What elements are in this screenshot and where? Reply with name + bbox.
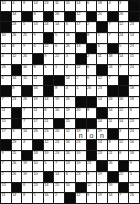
cell-r1c11[interactable]: 4 <box>108 1 118 11</box>
code-number: 25 <box>66 119 70 123</box>
cell-r11c4[interactable]: 11 <box>33 108 43 118</box>
cell-r6c8 <box>76 54 86 64</box>
cell-r6c2[interactable]: 12 <box>12 54 22 64</box>
cell-r19c13[interactable]: 26 <box>129 193 139 203</box>
cell-r1c3[interactable]: 8 <box>22 1 32 11</box>
code-number: 22 <box>76 65 80 69</box>
code-number: 23 <box>130 22 134 26</box>
cell-r9c13[interactable]: 18 <box>129 86 139 96</box>
cell-r1c6[interactable]: 11 <box>54 1 64 11</box>
code-number: 15 <box>23 76 27 80</box>
cell-r9c4[interactable]: 16 <box>33 86 43 96</box>
cell-r4c6[interactable]: 5 <box>54 33 64 43</box>
cell-r19c3[interactable]: 8 <box>22 193 32 203</box>
cell-r4c12[interactable]: 24 <box>119 33 129 43</box>
cell-r7c4[interactable]: 8 <box>33 65 43 75</box>
cell-r8c3[interactable]: 15 <box>22 76 32 86</box>
code-number: 10 <box>34 172 38 176</box>
code-number: 14 <box>12 76 16 80</box>
cell-r13c10[interactable]: 19n <box>97 129 107 139</box>
code-number: 8 <box>44 108 46 112</box>
cell-r18c13[interactable]: 26 <box>129 183 139 193</box>
cell-r3c12[interactable]: 12 <box>119 22 129 32</box>
cell-r15c11[interactable]: 21 <box>108 151 118 161</box>
cell-r5c4[interactable]: 6 <box>33 44 43 54</box>
code-number: 14 <box>12 12 16 16</box>
cell-r6c6[interactable]: 22 <box>54 54 64 64</box>
cell-r13c13[interactable]: 24 <box>129 129 139 139</box>
cell-r16c1[interactable]: 7 <box>1 161 11 171</box>
code-number: 19 <box>55 97 59 101</box>
code-number: 17 <box>76 22 80 26</box>
cell-r3c9[interactable]: 2 <box>87 22 97 32</box>
cell-r12c2 <box>12 119 22 129</box>
code-number: 13 <box>2 183 6 187</box>
cell-r15c5[interactable]: 19 <box>44 151 54 161</box>
code-number: 16 <box>23 65 27 69</box>
cell-r3c4[interactable]: 13 <box>33 22 43 32</box>
cell-r7c3[interactable]: 16 <box>22 65 32 75</box>
cell-r19c9[interactable]: 8 <box>87 193 97 203</box>
cell-r2c4[interactable]: 8 <box>33 12 43 22</box>
cell-r9c7[interactable]: 4 <box>65 86 75 96</box>
cell-r5c3[interactable]: 9 <box>22 44 32 54</box>
cell-r6c10[interactable]: 11 <box>97 54 107 64</box>
cell-r7c9[interactable]: 6 <box>87 65 97 75</box>
cell-r10c2[interactable]: 23 <box>12 97 22 107</box>
cell-r19c4[interactable]: 5 <box>33 193 43 203</box>
starter-letter: n <box>76 132 86 139</box>
cell-r9c6[interactable]: 8 <box>54 86 64 96</box>
cell-r16c9[interactable]: 23 <box>87 161 97 171</box>
cell-r11c8[interactable]: 20 <box>76 108 86 118</box>
cell-r2c9 <box>87 12 97 22</box>
cell-r13c6[interactable]: 20 <box>54 129 64 139</box>
cell-r6c13[interactable]: 15 <box>129 54 139 64</box>
cell-r16c5[interactable]: 5 <box>44 161 54 171</box>
cell-r4c11[interactable]: 7 <box>108 33 118 43</box>
code-number: 18 <box>34 151 38 155</box>
cell-r9c3 <box>22 86 32 96</box>
cell-r19c1[interactable]: 11 <box>1 193 11 203</box>
code-number: 14 <box>44 183 48 187</box>
cell-r15c8[interactable]: 19 <box>76 151 86 161</box>
cell-r3c13[interactable]: 23 <box>129 22 139 32</box>
code-number: 14 <box>76 1 80 5</box>
cell-r1c12[interactable]: 3 <box>119 1 129 11</box>
cell-r16c12 <box>119 161 129 171</box>
cell-r13c2[interactable]: 3 <box>12 129 22 139</box>
code-number: 8 <box>12 44 14 48</box>
cell-r18c10[interactable]: 2 <box>97 183 107 193</box>
cell-r1c7[interactable]: 15 <box>65 1 75 11</box>
cell-r14c9 <box>87 140 97 150</box>
cell-r2c12[interactable]: 26 <box>119 12 129 22</box>
cell-r12c6 <box>54 119 64 129</box>
cell-r4c3[interactable]: 25 <box>22 33 32 43</box>
cell-r12c12[interactable]: 14 <box>119 119 129 129</box>
cell-r12c10[interactable]: 24 <box>97 119 107 129</box>
cell-r9c10[interactable]: 23 <box>97 86 107 96</box>
code-number: 26 <box>130 193 134 197</box>
cell-r14c12[interactable]: 12 <box>119 140 129 150</box>
cell-r17c4[interactable]: 10 <box>33 172 43 182</box>
cell-r11c13[interactable]: 8 <box>129 108 139 118</box>
cell-r4c4[interactable]: 9 <box>33 33 43 43</box>
cell-r19c5[interactable]: 16 <box>44 193 54 203</box>
cell-r11c5[interactable]: 8 <box>44 108 54 118</box>
cell-r14c13[interactable]: 16 <box>129 140 139 150</box>
code-number: 14 <box>55 22 59 26</box>
cell-r5c8[interactable]: 13 <box>76 44 86 54</box>
cell-r3c2[interactable]: 23 <box>12 22 22 32</box>
cell-r10c13[interactable]: 18 <box>129 97 139 107</box>
code-number: 23 <box>12 22 16 26</box>
cell-r8c8[interactable]: 2 <box>76 76 86 86</box>
cell-r17c1[interactable]: 2 <box>1 172 11 182</box>
cell-r2c11 <box>108 12 118 22</box>
code-number: 19 <box>98 172 102 176</box>
code-number: 3 <box>119 1 121 5</box>
code-number: 11 <box>34 108 38 112</box>
cell-r14c6[interactable]: 23 <box>54 140 64 150</box>
cell-r4c9[interactable]: 8 <box>87 33 97 43</box>
cell-r3c1 <box>1 22 11 32</box>
cell-r1c1[interactable]: 10 <box>1 1 11 11</box>
cell-r6c5[interactable]: 9 <box>44 54 54 64</box>
cell-r17c10[interactable]: 19 <box>97 172 107 182</box>
code-number: 23 <box>98 86 102 90</box>
cell-r5c7[interactable]: 26 <box>65 44 75 54</box>
cell-r17c7[interactable]: 6 <box>65 172 75 182</box>
code-number: 16 <box>130 140 134 144</box>
cell-r17c8[interactable]: 23 <box>76 172 86 182</box>
cell-r11c1[interactable]: 11 <box>1 108 11 118</box>
cell-r12c5[interactable]: 21 <box>44 119 54 129</box>
code-number: 24 <box>130 65 134 69</box>
code-number: 8 <box>23 1 25 5</box>
cell-r17c3[interactable]: 19 <box>22 172 32 182</box>
cell-r15c4[interactable]: 18 <box>33 151 43 161</box>
cell-r14c5[interactable]: 12 <box>44 140 54 150</box>
code-number: 11 <box>98 54 102 58</box>
code-number: 26 <box>66 97 70 101</box>
code-number: 19 <box>98 193 102 197</box>
cell-r2c10[interactable]: 20 <box>97 12 107 22</box>
code-number: 19 <box>76 151 80 155</box>
cell-r11c9[interactable]: 8 <box>87 108 97 118</box>
cell-r10c9 <box>87 97 97 107</box>
code-number: 19 <box>34 97 38 101</box>
code-number: 8 <box>87 108 89 112</box>
cell-r18c5[interactable]: 14 <box>44 183 54 193</box>
cell-r14c11[interactable]: 8 <box>108 140 118 150</box>
cell-r12c8 <box>76 119 86 129</box>
code-number: 26 <box>87 86 91 90</box>
cell-r11c10 <box>97 108 107 118</box>
cell-r15c6[interactable]: 23 <box>54 151 64 161</box>
cell-r6c1[interactable]: 4 <box>1 54 11 64</box>
cell-r17c2[interactable]: 26 <box>12 172 22 182</box>
code-number: 12 <box>87 183 91 187</box>
cell-r10c6[interactable]: 19 <box>54 97 64 107</box>
cell-r11c7[interactable]: 19 <box>65 108 75 118</box>
cell-r5c1[interactable]: 14 <box>1 44 11 54</box>
cell-r18c4[interactable]: 23 <box>33 183 43 193</box>
cell-r18c3[interactable]: 6 <box>22 183 32 193</box>
cell-r11c12[interactable]: 12 <box>119 108 129 118</box>
cell-r5c5[interactable]: 22 <box>44 44 54 54</box>
cell-r18c2 <box>12 183 22 193</box>
cell-r15c12[interactable]: 8 <box>119 151 129 161</box>
cell-r7c1[interactable]: 26 <box>1 65 11 75</box>
cell-r8c2[interactable]: 14 <box>12 76 22 86</box>
cell-r7c5[interactable]: 5 <box>44 65 54 75</box>
cell-r4c7[interactable]: 16 <box>65 33 75 43</box>
cell-r13c12[interactable]: 3 <box>119 129 129 139</box>
cell-r8c11[interactable]: 7 <box>108 76 118 86</box>
code-number: 16 <box>55 108 59 112</box>
cell-r16c13[interactable]: 9 <box>129 161 139 171</box>
code-number: 19 <box>23 161 27 165</box>
cell-r7c13[interactable]: 24 <box>129 65 139 75</box>
cell-r5c10[interactable]: 6 <box>97 44 107 54</box>
cell-r19c8[interactable]: 12 <box>76 193 86 203</box>
cell-r1c8[interactable]: 14 <box>76 1 86 11</box>
cell-r2c2[interactable]: 14 <box>12 12 22 22</box>
cell-r9c2[interactable]: 8 <box>12 86 22 96</box>
code-number: 5 <box>23 22 25 26</box>
cell-r7c8[interactable]: 22 <box>76 65 86 75</box>
cell-r19c10[interactable]: 19 <box>97 193 107 203</box>
cell-r9c5 <box>44 86 54 96</box>
cell-r8c7[interactable]: 14 <box>65 76 75 86</box>
code-number: 23 <box>108 97 112 101</box>
code-number: 26 <box>108 161 112 165</box>
cell-r5c2[interactable]: 8 <box>12 44 22 54</box>
cell-r6c11[interactable]: 18 <box>108 54 118 64</box>
code-number: 14 <box>119 119 123 123</box>
code-number: 4 <box>2 54 4 58</box>
code-number: 26 <box>55 12 59 16</box>
code-number: 4 <box>23 140 25 144</box>
cell-r10c5[interactable]: 14 <box>44 97 54 107</box>
code-number: 1 <box>76 86 78 90</box>
cell-r17c9[interactable]: 9 <box>87 172 97 182</box>
cell-r5c13[interactable]: 23 <box>129 44 139 54</box>
cell-r12c4[interactable]: 17 <box>33 119 43 129</box>
cell-r1c13 <box>129 1 139 11</box>
cell-r13c8[interactable]: 19n <box>76 129 86 139</box>
code-number: 10 <box>2 1 6 5</box>
cell-r1c9[interactable]: 6 <box>87 1 97 11</box>
code-number: 23 <box>76 140 80 144</box>
cell-r6c12[interactable]: 14 <box>119 54 129 64</box>
cell-r6c3[interactable]: 26 <box>22 54 32 64</box>
cell-r7c12[interactable]: 7 <box>119 65 129 75</box>
cell-r8c10[interactable]: 12 <box>97 76 107 86</box>
cell-r13c9[interactable]: 8o <box>87 129 97 139</box>
cell-r14c10[interactable]: 14 <box>97 140 107 150</box>
cell-r10c1[interactable]: 7 <box>1 97 11 107</box>
cell-r11c3[interactable]: 7 <box>22 108 32 118</box>
cell-r2c8[interactable]: 12 <box>76 12 86 22</box>
cell-r8c9[interactable]: 6 <box>87 76 97 86</box>
code-number: 23 <box>44 129 48 133</box>
code-number: 2 <box>98 183 100 187</box>
code-number: 14 <box>119 54 123 58</box>
cell-r9c8[interactable]: 1 <box>76 86 86 96</box>
cell-r2c3 <box>22 12 32 22</box>
cell-r3c7[interactable]: 6 <box>65 22 75 32</box>
cell-r3c3[interactable]: 5 <box>22 22 32 32</box>
cell-r7c6[interactable]: 1 <box>54 65 64 75</box>
cell-r14c7[interactable]: 16 <box>65 140 75 150</box>
code-number: 9 <box>34 33 36 37</box>
cell-r2c6[interactable]: 26 <box>54 12 64 22</box>
cell-r3c11[interactable]: 7 <box>108 22 118 32</box>
cell-r9c11 <box>108 86 118 96</box>
cell-r10c10[interactable]: 14 <box>97 97 107 107</box>
cell-r16c7[interactable]: 13 <box>65 161 75 171</box>
cell-r15c7[interactable]: 26 <box>65 151 75 161</box>
cell-r5c12[interactable]: 5 <box>119 44 129 54</box>
code-number: 26 <box>130 183 134 187</box>
cell-r3c5[interactable]: 24 <box>44 22 54 32</box>
cell-r4c13[interactable]: 14 <box>129 33 139 43</box>
cell-r1c4[interactable]: 14 <box>33 1 43 11</box>
cell-r1c10[interactable]: 18 <box>97 1 107 11</box>
code-number: 24 <box>44 22 48 26</box>
cell-r13c4[interactable]: 26 <box>33 129 43 139</box>
cell-r7c11[interactable]: 24 <box>108 65 118 75</box>
code-number: 6 <box>98 44 100 48</box>
code-number: 23 <box>44 1 48 5</box>
cell-r8c4[interactable]: 11 <box>33 76 43 86</box>
cell-r13c3[interactable]: 14 <box>22 129 32 139</box>
cell-r18c1[interactable]: 13 <box>1 183 11 193</box>
cell-r18c11[interactable]: 19 <box>108 183 118 193</box>
code-number: 8 <box>119 151 121 155</box>
cell-r15c2[interactable]: 25 <box>12 151 22 161</box>
cell-r10c12[interactable]: 16 <box>119 97 129 107</box>
code-number: 7 <box>23 108 25 112</box>
code-number: 2 <box>87 22 89 26</box>
cell-r11c6[interactable]: 16 <box>54 108 64 118</box>
cell-r16c8[interactable]: 19 <box>76 161 86 171</box>
code-number: 16 <box>34 86 38 90</box>
cell-r17c13[interactable]: 5 <box>129 172 139 182</box>
cell-r19c7 <box>65 193 75 203</box>
cell-r16c2[interactable]: 26 <box>12 161 22 171</box>
cell-r10c7[interactable]: 26 <box>65 97 75 107</box>
cell-r16c3[interactable]: 19 <box>22 161 32 171</box>
code-number: 14 <box>98 97 102 101</box>
cell-r16c6[interactable]: 7 <box>54 161 64 171</box>
cell-r16c11[interactable]: 26 <box>108 161 118 171</box>
cell-r19c6[interactable]: 2 <box>54 193 64 203</box>
cell-r17c12[interactable]: 22 <box>119 172 129 182</box>
cell-r15c13[interactable]: 18 <box>129 151 139 161</box>
cell-r13c5[interactable]: 23 <box>44 129 54 139</box>
cell-r18c7[interactable]: 10 <box>65 183 75 193</box>
cell-r10c11[interactable]: 23 <box>108 97 118 107</box>
cell-r14c3[interactable]: 4 <box>22 140 32 150</box>
code-number: 18 <box>130 97 134 101</box>
cell-r11c11[interactable]: 14 <box>108 108 118 118</box>
cell-r1c2[interactable]: 4 <box>12 1 22 11</box>
code-number: 21 <box>44 119 48 123</box>
cell-r4c10[interactable]: 1 <box>97 33 107 43</box>
cell-r18c6[interactable]: 25 <box>54 183 64 193</box>
code-number: 6 <box>66 22 68 26</box>
cell-r12c3[interactable]: 7 <box>22 119 32 129</box>
code-number: 16 <box>44 193 48 197</box>
cell-r9c9[interactable]: 26 <box>87 86 97 96</box>
cell-r7c7[interactable]: 4 <box>65 65 75 75</box>
cell-r12c11[interactable]: 11 <box>108 119 118 129</box>
code-number: 9 <box>130 161 132 165</box>
cell-r13c1[interactable]: 17 <box>1 129 11 139</box>
cell-r14c2[interactable]: 23 <box>12 140 22 150</box>
cell-r19c2[interactable]: 14 <box>12 193 22 203</box>
cell-r6c7[interactable]: 3 <box>65 54 75 64</box>
cell-r15c10[interactable]: 23 <box>97 151 107 161</box>
cell-r13c7[interactable]: 12 <box>65 129 75 139</box>
cell-r14c1 <box>1 140 11 150</box>
code-number: 17 <box>34 119 38 123</box>
cell-r15c1[interactable]: 9 <box>1 151 11 161</box>
cell-r12c9 <box>87 119 97 129</box>
code-number: 24 <box>119 33 123 37</box>
code-number: 8 <box>55 86 57 90</box>
cell-r12c7[interactable]: 25 <box>65 119 75 129</box>
cell-r19c12[interactable]: 7 <box>119 193 129 203</box>
cell-r16c4[interactable]: 10 <box>33 161 43 171</box>
cell-r14c8[interactable]: 23 <box>76 140 86 150</box>
cell-r8c13[interactable]: 7 <box>129 76 139 86</box>
code-number: 26 <box>66 151 70 155</box>
code-number: 6 <box>87 1 89 5</box>
cell-r6c9[interactable]: 2 <box>87 54 97 64</box>
cell-r10c3[interactable]: 26 <box>22 97 32 107</box>
cell-r19c11[interactable]: 14 <box>108 193 118 203</box>
cell-r3c8[interactable]: 17 <box>76 22 86 32</box>
cell-r3c6[interactable]: 14 <box>54 22 64 32</box>
cell-r12c1[interactable]: 15 <box>1 119 11 129</box>
code-number: 14 <box>98 140 102 144</box>
code-number: 11 <box>2 193 6 197</box>
cell-r4c2[interactable]: 26 <box>12 33 22 43</box>
cell-r4c1[interactable]: 10 <box>1 33 11 43</box>
cell-r5c6[interactable]: 6 <box>54 44 64 54</box>
code-number: 4 <box>66 65 68 69</box>
cell-r10c4[interactable]: 19 <box>33 97 43 107</box>
code-number: 16 <box>66 140 70 144</box>
code-number: 7 <box>130 76 132 80</box>
code-number: 23 <box>12 140 16 144</box>
code-number: 19 <box>76 161 80 165</box>
cell-r18c9[interactable]: 12 <box>87 183 97 193</box>
code-number: 15 <box>130 54 134 58</box>
code-number: 15 <box>2 119 6 123</box>
cell-r12c13[interactable]: 23 <box>129 119 139 129</box>
cell-r1c5[interactable]: 23 <box>44 1 54 11</box>
code-number: 23 <box>130 119 134 123</box>
cell-r17c6[interactable]: 14 <box>54 172 64 182</box>
code-number: 9 <box>2 151 4 155</box>
cell-r8c1[interactable]: 6 <box>1 76 11 86</box>
